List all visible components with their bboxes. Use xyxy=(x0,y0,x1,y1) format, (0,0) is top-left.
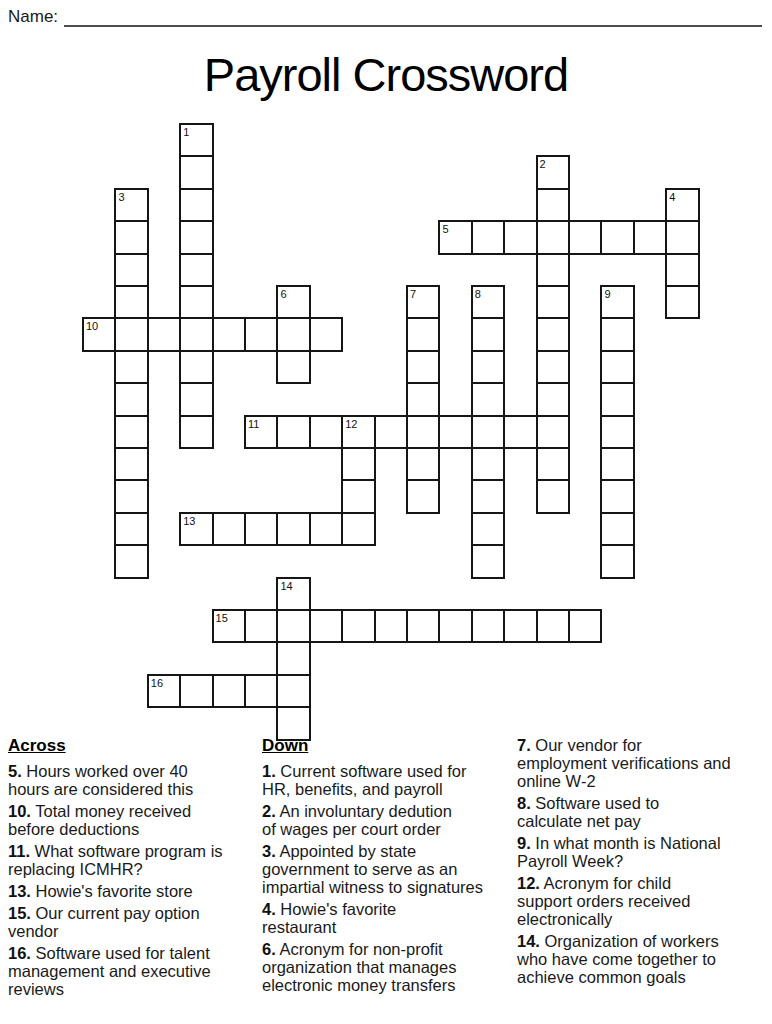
grid-cell-r3c11[interactable] xyxy=(438,220,472,254)
grid-cell-r6c4[interactable] xyxy=(212,317,246,351)
grid-cell-r8c1[interactable] xyxy=(114,382,148,416)
grid-cell-r7c10[interactable] xyxy=(406,350,440,384)
grid-cell-r16c6[interactable] xyxy=(276,641,310,675)
grid-cell-r3c17[interactable] xyxy=(633,220,667,254)
grid-cell-r11c14[interactable] xyxy=(536,479,570,513)
worksheet-page: Name: Payroll Crossword 1234567891011121… xyxy=(0,0,772,1024)
grid-cell-r12c12[interactable] xyxy=(471,512,505,546)
grid-cell-r8c3[interactable] xyxy=(179,382,213,416)
grid-cell-r5c6[interactable] xyxy=(276,285,310,319)
grid-cell-r2c18[interactable] xyxy=(665,188,699,222)
grid-cell-r15c4[interactable] xyxy=(212,609,246,643)
grid-cell-r6c7[interactable] xyxy=(309,317,343,351)
grid-cell-r15c5[interactable] xyxy=(244,609,278,643)
grid-cell-r4c1[interactable] xyxy=(114,253,148,287)
clue-10: 10. Total money receivedbefore deduction… xyxy=(8,802,258,838)
grid-cell-r3c15[interactable] xyxy=(568,220,602,254)
grid-cell-r12c8[interactable] xyxy=(341,512,375,546)
clue-6: 6. Acronym for non-profitorganization th… xyxy=(262,940,518,994)
clue-12: 12. Acronym for childsupport orders rece… xyxy=(517,874,769,928)
grid-cell-r15c13[interactable] xyxy=(503,609,537,643)
grid-cell-r5c12[interactable] xyxy=(471,285,505,319)
grid-cell-r7c12[interactable] xyxy=(471,350,505,384)
grid-cell-r9c12[interactable] xyxy=(471,415,505,449)
grid-cell-r9c7[interactable] xyxy=(309,415,343,449)
grid-cell-r17c3[interactable] xyxy=(179,674,213,708)
clue-15: 15. Our current pay optionvendor xyxy=(8,904,258,940)
clue-9: 9. In what month is NationalPayroll Week… xyxy=(517,834,769,870)
grid-cell-r9c10[interactable] xyxy=(406,415,440,449)
grid-cell-r9c6[interactable] xyxy=(276,415,310,449)
grid-cell-r10c16[interactable] xyxy=(600,447,634,481)
grid-cell-r5c16[interactable] xyxy=(600,285,634,319)
clue-5: 5. Hours worked over 40hours are conside… xyxy=(8,762,258,798)
grid-cell-r1c3[interactable] xyxy=(179,155,213,189)
grid-cell-r11c10[interactable] xyxy=(406,479,440,513)
grid-cell-r15c8[interactable] xyxy=(341,609,375,643)
grid-cell-r8c10[interactable] xyxy=(406,382,440,416)
grid-cell-r9c1[interactable] xyxy=(114,415,148,449)
grid-cell-r9c14[interactable] xyxy=(536,415,570,449)
grid-cell-r1c14[interactable] xyxy=(536,155,570,189)
grid-cell-r6c2[interactable] xyxy=(147,317,181,351)
grid-cell-r9c16[interactable] xyxy=(600,415,634,449)
grid-cell-r9c9[interactable] xyxy=(374,415,408,449)
grid-cell-r3c12[interactable] xyxy=(471,220,505,254)
down-clue-list-continued: 7. Our vendor foremployment verification… xyxy=(517,736,769,986)
grid-cell-r14c6[interactable] xyxy=(276,577,310,611)
across-heading: Across xyxy=(8,736,258,756)
grid-cell-r5c1[interactable] xyxy=(114,285,148,319)
grid-cell-r8c14[interactable] xyxy=(536,382,570,416)
grid-cell-r6c16[interactable] xyxy=(600,317,634,351)
grid-cell-r15c9[interactable] xyxy=(374,609,408,643)
clues-section: Across 5. Hours worked over 40hours are … xyxy=(0,736,772,1024)
clue-8: 8. Software used tocalculate net pay xyxy=(517,794,769,830)
grid-cell-r13c12[interactable] xyxy=(471,544,505,578)
grid-cell-r7c6[interactable] xyxy=(276,350,310,384)
grid-cell-r13c16[interactable] xyxy=(600,544,634,578)
clue-3: 3. Appointed by stategovernment to serve… xyxy=(262,842,518,896)
grid-cell-r17c2[interactable] xyxy=(147,674,181,708)
grid-cell-r9c8[interactable] xyxy=(341,415,375,449)
grid-cell-r6c6[interactable] xyxy=(276,317,310,351)
grid-cell-r9c13[interactable] xyxy=(503,415,537,449)
grid-cell-r9c11[interactable] xyxy=(438,415,472,449)
grid-cell-r5c14[interactable] xyxy=(536,285,570,319)
grid-cell-r12c7[interactable] xyxy=(309,512,343,546)
clue-11: 11. What software program isreplacing IC… xyxy=(8,842,258,878)
clue-4: 4. Howie's favoriterestaurant xyxy=(262,900,518,936)
grid-cell-r15c11[interactable] xyxy=(438,609,472,643)
down-clues-column-continued: 7. Our vendor foremployment verification… xyxy=(517,736,769,990)
clue-7: 7. Our vendor foremployment verification… xyxy=(517,736,769,790)
grid-cell-r6c12[interactable] xyxy=(471,317,505,351)
down-heading: Down xyxy=(262,736,518,756)
grid-cell-r15c10[interactable] xyxy=(406,609,440,643)
grid-cell-r12c16[interactable] xyxy=(600,512,634,546)
grid-cell-r15c7[interactable] xyxy=(309,609,343,643)
grid-cell-r7c1[interactable] xyxy=(114,350,148,384)
grid-cell-r3c3[interactable] xyxy=(179,220,213,254)
grid-cell-r7c3[interactable] xyxy=(179,350,213,384)
grid-cell-r10c10[interactable] xyxy=(406,447,440,481)
grid-cell-r12c1[interactable] xyxy=(114,512,148,546)
grid-cell-r11c12[interactable] xyxy=(471,479,505,513)
grid-cell-r15c6[interactable] xyxy=(276,609,310,643)
clue-13: 13. Howie's favorite store xyxy=(8,882,258,900)
across-clue-list: 5. Hours worked over 40hours are conside… xyxy=(8,762,258,998)
grid-cell-r2c14[interactable] xyxy=(536,188,570,222)
grid-cell-r10c8[interactable] xyxy=(341,447,375,481)
clue-14: 14. Organization of workerswho have come… xyxy=(517,932,769,986)
grid-cell-r17c5[interactable] xyxy=(244,674,278,708)
grid-cell-r4c3[interactable] xyxy=(179,253,213,287)
down-clue-list: 1. Current software used forHR, benefits… xyxy=(262,762,518,994)
grid-cell-r3c16[interactable] xyxy=(600,220,634,254)
grid-cell-r6c0[interactable] xyxy=(82,317,116,351)
across-clues-column: Across 5. Hours worked over 40hours are … xyxy=(8,736,258,1002)
grid-cell-r12c6[interactable] xyxy=(276,512,310,546)
grid-cell-r13c1[interactable] xyxy=(114,544,148,578)
grid-cell-r5c18[interactable] xyxy=(665,285,699,319)
grid-cell-r9c3[interactable] xyxy=(179,415,213,449)
grid-cell-r5c10[interactable] xyxy=(406,285,440,319)
grid-cell-r15c12[interactable] xyxy=(471,609,505,643)
grid-cell-r5c3[interactable] xyxy=(179,285,213,319)
grid-cell-r17c6[interactable] xyxy=(276,674,310,708)
grid-cell-r6c5[interactable] xyxy=(244,317,278,351)
grid-cell-r12c5[interactable] xyxy=(244,512,278,546)
clue-2: 2. An involuntary dedutionof wages per c… xyxy=(262,802,518,838)
grid-cell-r7c14[interactable] xyxy=(536,350,570,384)
grid-cell-r2c3[interactable] xyxy=(179,188,213,222)
grid-cell-r10c12[interactable] xyxy=(471,447,505,481)
grid-cell-r8c12[interactable] xyxy=(471,382,505,416)
grid-cell-r3c1[interactable] xyxy=(114,220,148,254)
grid-cell-r8c16[interactable] xyxy=(600,382,634,416)
grid-cell-r12c4[interactable] xyxy=(212,512,246,546)
grid-cell-r6c14[interactable] xyxy=(536,317,570,351)
grid-cell-r0c3[interactable] xyxy=(179,123,213,157)
grid-cell-r2c1[interactable] xyxy=(114,188,148,222)
grid-cell-r11c16[interactable] xyxy=(600,479,634,513)
grid-cell-r3c14[interactable] xyxy=(536,220,570,254)
grid-cell-r4c18[interactable] xyxy=(665,253,699,287)
grid-cell-r10c1[interactable] xyxy=(114,447,148,481)
clue-16: 16. Software used for talentmanagement a… xyxy=(8,944,258,998)
grid-cell-r6c10[interactable] xyxy=(406,317,440,351)
grid-cell-r12c3[interactable] xyxy=(179,512,213,546)
clue-1: 1. Current software used forHR, benefits… xyxy=(262,762,518,798)
grid-cell-r3c18[interactable] xyxy=(665,220,699,254)
grid-cell-r11c1[interactable] xyxy=(114,479,148,513)
grid-cell-r4c14[interactable] xyxy=(536,253,570,287)
grid-cell-r15c15[interactable] xyxy=(568,609,602,643)
grid-cell-r7c16[interactable] xyxy=(600,350,634,384)
grid-cell-r17c4[interactable] xyxy=(212,674,246,708)
grid-cell-r6c3[interactable] xyxy=(179,317,213,351)
grid-cell-r10c14[interactable] xyxy=(536,447,570,481)
grid-cell-r3c13[interactable] xyxy=(503,220,537,254)
grid-cell-r15c14[interactable] xyxy=(536,609,570,643)
down-clues-column: Down 1. Current software used forHR, ben… xyxy=(262,736,518,998)
grid-cell-r6c1[interactable] xyxy=(114,317,148,351)
grid-cell-r11c8[interactable] xyxy=(341,479,375,513)
grid-cell-r9c5[interactable] xyxy=(244,415,278,449)
